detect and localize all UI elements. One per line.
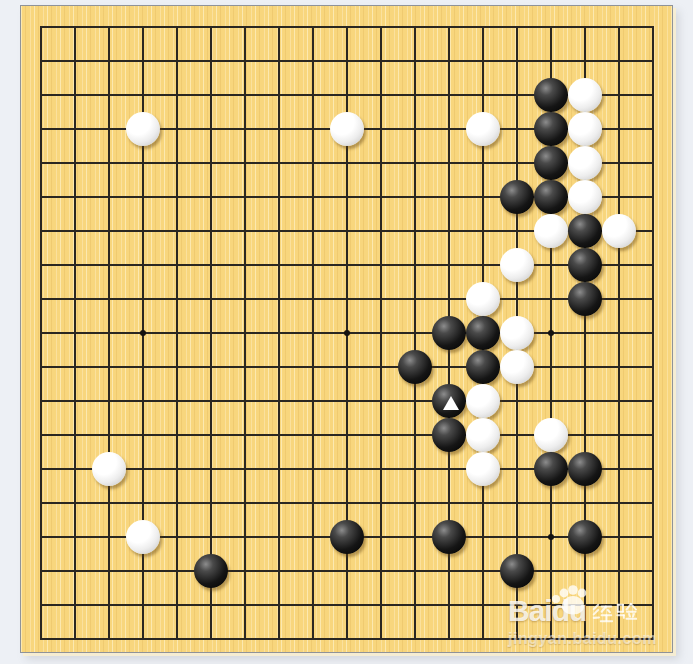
baidu-jingyan-watermark: Baidu: [508, 594, 657, 648]
star-point: [548, 330, 554, 336]
stone-white: [126, 112, 160, 146]
stone-white: [466, 452, 500, 486]
stone-white: [568, 112, 602, 146]
stone-white: [534, 418, 568, 452]
stone-white: [568, 78, 602, 112]
stone-white: [500, 316, 534, 350]
stone-black: [534, 452, 568, 486]
stone-white: [466, 112, 500, 146]
stone-black: [194, 554, 228, 588]
stone-black: [466, 350, 500, 384]
stone-black: [568, 520, 602, 554]
stone-white: [500, 248, 534, 282]
stone-black: [432, 418, 466, 452]
grid-line: [618, 26, 620, 640]
watermark-url-text: jingyan.baidu.com: [508, 630, 657, 648]
grid-line: [40, 502, 654, 504]
grid-line: [40, 400, 654, 402]
jing-cn-glyph: [592, 602, 613, 625]
baidu-paw-icon: [550, 582, 594, 616]
stone-black: [568, 248, 602, 282]
stone-white: [466, 418, 500, 452]
grid-line: [40, 570, 654, 572]
screenshot-root: Baidu: [0, 0, 693, 664]
stone-black: [568, 214, 602, 248]
grid-line: [380, 26, 382, 640]
last-move-triangle-marker: [443, 396, 459, 410]
stone-white: [568, 180, 602, 214]
stone-black: [500, 180, 534, 214]
stone-black: [534, 146, 568, 180]
stone-black: [534, 112, 568, 146]
stone-black: [568, 282, 602, 316]
stone-white: [500, 350, 534, 384]
stone-white: [330, 112, 364, 146]
yan-cn-glyph: [616, 602, 637, 625]
grid-line: [652, 26, 654, 640]
stone-white: [568, 146, 602, 180]
stone-white: [466, 384, 500, 418]
stone-white: [92, 452, 126, 486]
grid-line: [40, 366, 654, 368]
stone-black: [534, 78, 568, 112]
stone-black: [432, 316, 466, 350]
stone-black: [432, 520, 466, 554]
star-point: [140, 330, 146, 336]
stone-black: [568, 452, 602, 486]
stone-black: [500, 554, 534, 588]
stone-black: [330, 520, 364, 554]
stone-white: [126, 520, 160, 554]
grid-line: [414, 26, 416, 640]
star-point: [548, 534, 554, 540]
stone-black: [398, 350, 432, 384]
stone-white: [534, 214, 568, 248]
stone-black: [534, 180, 568, 214]
star-point: [344, 330, 350, 336]
stone-black: [466, 316, 500, 350]
go-board[interactable]: [20, 5, 673, 653]
stone-white: [466, 282, 500, 316]
watermark-brand-line: Baidu: [508, 594, 657, 628]
stone-white: [602, 214, 636, 248]
